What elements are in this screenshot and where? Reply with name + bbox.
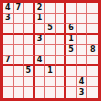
cell-r8c7[interactable] (66, 77, 77, 88)
cell-r9c6[interactable] (56, 87, 67, 98)
cell-r4c4[interactable]: 3 (35, 35, 46, 46)
cell-r1c8[interactable] (77, 3, 88, 14)
cell-r9c7[interactable] (66, 87, 77, 98)
cell-r4c3[interactable] (24, 35, 35, 46)
cell-r3c6[interactable] (56, 24, 67, 35)
cell-r2c6[interactable] (56, 14, 67, 25)
cell-r1c7[interactable] (66, 3, 77, 14)
cell-r8c4[interactable] (35, 77, 46, 88)
cell-r3c8[interactable] (77, 24, 88, 35)
cell-r2c8[interactable] (77, 14, 88, 25)
cell-r8c3[interactable] (24, 77, 35, 88)
cell-r5c1[interactable] (3, 45, 14, 56)
cell-r9c9[interactable] (87, 87, 98, 98)
cell-r3c5[interactable]: 5 (45, 24, 56, 35)
cell-r5c9[interactable]: 8 (87, 45, 98, 56)
cell-r5c3[interactable] (24, 45, 35, 56)
cell-r9c4[interactable] (35, 87, 46, 98)
cell-r6c8[interactable] (77, 56, 88, 67)
cell-r2c3[interactable] (24, 14, 35, 25)
cell-r3c9[interactable] (87, 24, 98, 35)
cell-r7c8[interactable] (77, 66, 88, 77)
cell-r4c5[interactable] (45, 35, 56, 46)
cell-r9c2[interactable] (14, 87, 25, 98)
cell-r6c2[interactable] (14, 56, 25, 67)
cell-r3c1[interactable] (3, 24, 14, 35)
sudoku-board: 47231563158745143 (0, 0, 101, 101)
cell-r4c2[interactable] (14, 35, 25, 46)
cell-r3c4[interactable] (35, 24, 46, 35)
cell-r2c2[interactable] (14, 14, 25, 25)
cell-r8c9[interactable] (87, 77, 98, 88)
cell-r1c9[interactable] (87, 3, 98, 14)
cell-r2c5[interactable] (45, 14, 56, 25)
cell-r7c6[interactable] (56, 66, 67, 77)
cell-r6c4[interactable]: 4 (35, 56, 46, 67)
cell-r3c2[interactable] (14, 24, 25, 35)
cell-r1c1[interactable]: 4 (3, 3, 14, 14)
cell-r4c8[interactable] (77, 35, 88, 46)
cell-r1c4[interactable]: 2 (35, 3, 46, 14)
cell-r2c7[interactable] (66, 14, 77, 25)
cell-r4c7[interactable]: 1 (66, 35, 77, 46)
cell-r8c2[interactable] (14, 77, 25, 88)
cell-r6c6[interactable] (56, 56, 67, 67)
cell-r7c9[interactable] (87, 66, 98, 77)
cell-r9c1[interactable] (3, 87, 14, 98)
cell-r5c5[interactable] (45, 45, 56, 56)
cell-r7c1[interactable] (3, 66, 14, 77)
cell-r8c8[interactable]: 4 (77, 77, 88, 88)
cell-r5c4[interactable] (35, 45, 46, 56)
cell-r7c4[interactable] (35, 66, 46, 77)
cell-r1c6[interactable] (56, 3, 67, 14)
cell-r4c6[interactable] (56, 35, 67, 46)
cell-r5c6[interactable] (56, 45, 67, 56)
cell-r6c9[interactable] (87, 56, 98, 67)
cell-r6c1[interactable]: 7 (3, 56, 14, 67)
cell-r6c3[interactable] (24, 56, 35, 67)
cell-r8c6[interactable] (56, 77, 67, 88)
cell-r3c3[interactable] (24, 24, 35, 35)
cell-r6c7[interactable] (66, 56, 77, 67)
cell-r2c4[interactable]: 1 (35, 14, 46, 25)
cell-r8c5[interactable] (45, 77, 56, 88)
cell-r6c5[interactable] (45, 56, 56, 67)
cell-r7c2[interactable] (14, 66, 25, 77)
cell-r1c2[interactable]: 7 (14, 3, 25, 14)
cell-r9c3[interactable] (24, 87, 35, 98)
cell-r1c5[interactable] (45, 3, 56, 14)
cell-r2c9[interactable] (87, 14, 98, 25)
cell-r7c5[interactable]: 1 (45, 66, 56, 77)
cell-r2c1[interactable]: 3 (3, 14, 14, 25)
cell-r1c3[interactable] (24, 3, 35, 14)
cell-r8c1[interactable] (3, 77, 14, 88)
cell-r7c7[interactable] (66, 66, 77, 77)
cell-r5c2[interactable] (14, 45, 25, 56)
cell-r9c8[interactable]: 3 (77, 87, 88, 98)
cell-r7c3[interactable]: 5 (24, 66, 35, 77)
cell-r4c9[interactable] (87, 35, 98, 46)
cell-r3c7[interactable]: 6 (66, 24, 77, 35)
cell-r5c8[interactable] (77, 45, 88, 56)
cell-r4c1[interactable] (3, 35, 14, 46)
cell-r5c7[interactable]: 5 (66, 45, 77, 56)
cell-r9c5[interactable] (45, 87, 56, 98)
